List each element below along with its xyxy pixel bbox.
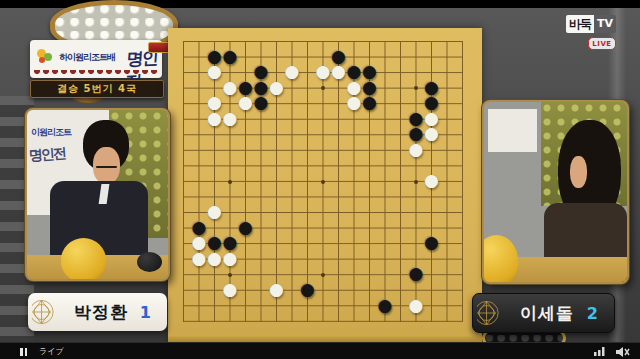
player-right-controls [594, 347, 630, 357]
backdrop-calligraphy: 명인전 [28, 145, 65, 165]
quality-bars-icon[interactable] [594, 347, 606, 356]
plate-ornament-icon [477, 296, 507, 330]
player-right-name: 이세돌 [507, 302, 587, 325]
star-point [321, 180, 325, 184]
black-stone: ● [361, 94, 379, 112]
white-stone: ● [221, 250, 239, 268]
player-left-name: 박정환 [62, 301, 140, 324]
event-sponsor: 하이원리조트배 [59, 51, 115, 64]
star-point [321, 86, 325, 90]
nameplate-left: 박정환 1 [28, 293, 167, 331]
left-gold-bowl [61, 238, 106, 281]
star-point [414, 86, 418, 90]
black-stone: ● [252, 94, 270, 112]
white-stone: ● [268, 79, 286, 97]
player-right-video [482, 100, 629, 284]
channel-latin: TV [594, 15, 616, 33]
channel-logo: 바둑 TV [566, 15, 616, 33]
backdrop-text: 이원리조트 [31, 126, 71, 139]
star-point [228, 180, 232, 184]
black-stone: ● [423, 234, 441, 252]
star-point [321, 273, 325, 277]
pause-button[interactable] [20, 348, 27, 356]
right-backdrop-sign [488, 109, 537, 152]
star-point [228, 273, 232, 277]
black-stone: ● [221, 48, 239, 66]
player-left-video: 이원리조트 명인전 [25, 108, 170, 281]
banner-trim [33, 70, 159, 76]
player-left-glasses [96, 166, 117, 168]
go-board: ●●●●●●●●●●●●●●●●●●●●●●●●●●●●●●●●●●●●●●●●… [168, 28, 482, 342]
white-stone: ● [423, 172, 441, 190]
right-gold-bowl [482, 235, 518, 284]
live-status-label: ライブ [39, 346, 64, 357]
white-stone: ● [283, 63, 301, 81]
white-stone: ● [268, 281, 286, 299]
white-stone: ● [423, 125, 441, 143]
nameplate-right: 이세돌 2 [472, 293, 615, 333]
player-control-bar: ライブ [0, 342, 640, 359]
white-stone: ● [407, 296, 425, 314]
plate-ornament-icon [32, 295, 62, 329]
live-badge: LIVE [588, 37, 616, 50]
white-stone: ● [206, 203, 224, 221]
white-stone: ● [221, 281, 239, 299]
sponsor-logo-icon [35, 48, 57, 64]
channel-hangul: 바둑 [566, 15, 594, 33]
round-label: 결승 5번기 4국 [57, 82, 137, 96]
round-strip: 결승 5번기 4국 [30, 80, 164, 98]
volume-icon[interactable] [616, 347, 630, 357]
black-stone: ● [299, 281, 317, 299]
event-banner: 하이원리조트배 명인전 [30, 40, 162, 78]
white-stone: ● [221, 110, 239, 128]
player-right-face [570, 156, 587, 188]
black-stone: ● [237, 219, 255, 237]
black-stone: ● [376, 296, 394, 314]
board-grid: ●●●●●●●●●●●●●●●●●●●●●●●●●●●●●●●●●●●●●●●●… [183, 41, 463, 322]
star-point [414, 180, 418, 184]
player-left-score: 1 [140, 303, 151, 322]
broadcast-frame: 하이원리조트배 명인전 결승 5번기 4국 ●●●●●●●●●●●●●●●●●●… [0, 0, 640, 359]
black-stone: ● [407, 265, 425, 283]
player-right-score: 2 [587, 304, 598, 323]
white-stone: ● [407, 141, 425, 159]
